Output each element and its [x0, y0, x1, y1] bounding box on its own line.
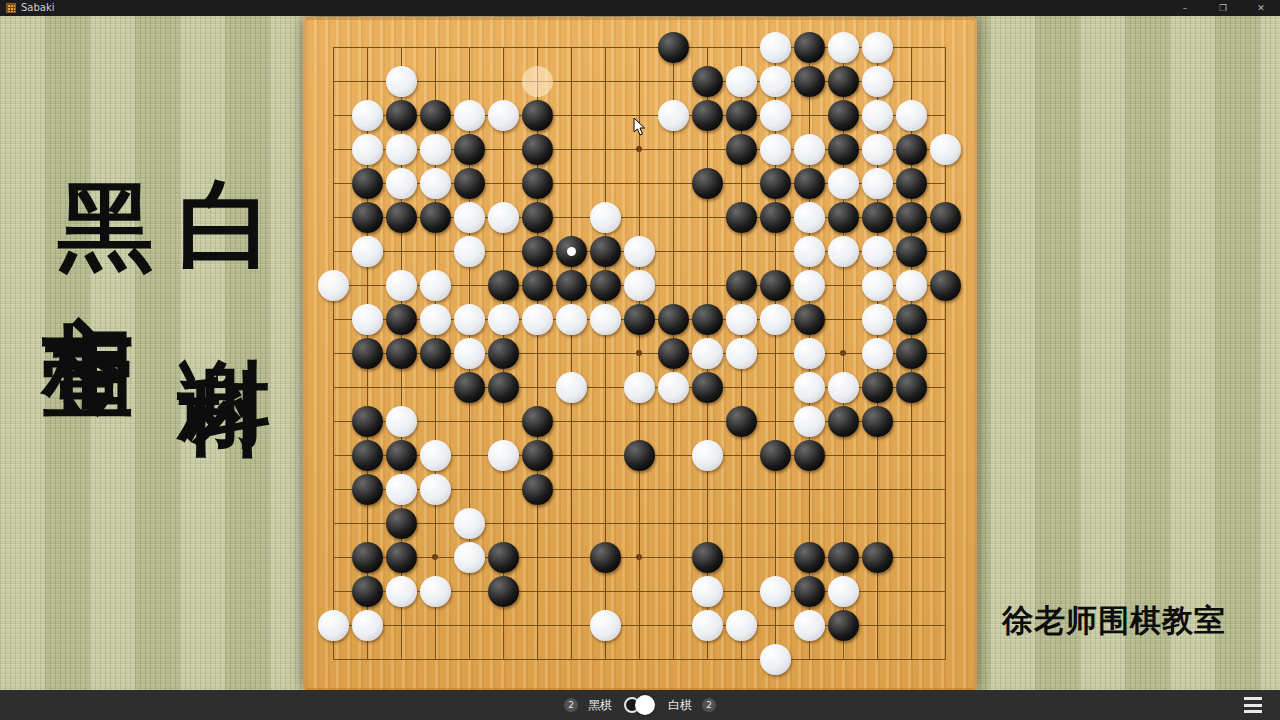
minimize-button[interactable]: – [1166, 0, 1204, 16]
board-intersection[interactable] [725, 235, 759, 269]
board-intersection[interactable] [861, 65, 895, 99]
board-intersection[interactable] [657, 507, 691, 541]
board-intersection[interactable] [657, 235, 691, 269]
board-intersection[interactable] [929, 99, 963, 133]
board-intersection[interactable] [317, 269, 351, 303]
board-intersection[interactable] [453, 405, 487, 439]
board-intersection[interactable] [453, 235, 487, 269]
board-intersection[interactable] [657, 201, 691, 235]
board-intersection[interactable] [793, 303, 827, 337]
board-intersection[interactable] [453, 337, 487, 371]
board-intersection[interactable] [317, 235, 351, 269]
board-intersection[interactable] [555, 269, 589, 303]
board-intersection[interactable] [725, 473, 759, 507]
board-intersection[interactable] [385, 235, 419, 269]
board-intersection[interactable] [929, 609, 963, 643]
board-intersection[interactable] [555, 405, 589, 439]
board-intersection[interactable] [759, 439, 793, 473]
board-intersection[interactable] [419, 575, 453, 609]
board-intersection[interactable] [759, 133, 793, 167]
board-intersection[interactable] [351, 167, 385, 201]
board-intersection[interactable] [555, 575, 589, 609]
board-intersection[interactable] [623, 269, 657, 303]
board-intersection[interactable] [317, 473, 351, 507]
board-intersection[interactable] [589, 473, 623, 507]
board-intersection[interactable] [861, 643, 895, 677]
board-intersection[interactable] [827, 371, 861, 405]
board-intersection[interactable] [929, 133, 963, 167]
board-intersection[interactable] [385, 541, 419, 575]
board-intersection[interactable] [385, 269, 419, 303]
board-intersection[interactable] [589, 65, 623, 99]
board-intersection[interactable] [929, 643, 963, 677]
board-intersection[interactable] [725, 337, 759, 371]
board-intersection[interactable] [453, 65, 487, 99]
board-intersection[interactable] [691, 167, 725, 201]
board-intersection[interactable] [827, 303, 861, 337]
board-intersection[interactable] [385, 439, 419, 473]
board-intersection[interactable] [623, 371, 657, 405]
board-intersection[interactable] [759, 65, 793, 99]
board-intersection[interactable] [589, 201, 623, 235]
board-intersection[interactable] [725, 439, 759, 473]
board-intersection[interactable] [895, 337, 929, 371]
board-intersection[interactable] [861, 133, 895, 167]
board-intersection[interactable] [657, 405, 691, 439]
board-intersection[interactable] [759, 337, 793, 371]
board-intersection[interactable] [317, 507, 351, 541]
board-intersection[interactable] [419, 133, 453, 167]
board-intersection[interactable] [351, 405, 385, 439]
board-intersection[interactable] [453, 439, 487, 473]
board-intersection[interactable] [657, 473, 691, 507]
board-intersection[interactable] [453, 541, 487, 575]
board-intersection[interactable] [555, 609, 589, 643]
board-intersection[interactable] [419, 439, 453, 473]
board-intersection[interactable] [521, 269, 555, 303]
board-intersection[interactable] [555, 65, 589, 99]
board-intersection[interactable] [487, 541, 521, 575]
board-intersection[interactable] [691, 201, 725, 235]
board-intersection[interactable] [793, 99, 827, 133]
board-intersection[interactable] [453, 269, 487, 303]
board-intersection[interactable] [759, 167, 793, 201]
board-intersection[interactable] [555, 507, 589, 541]
board-intersection[interactable] [351, 609, 385, 643]
board-intersection[interactable] [453, 575, 487, 609]
board-intersection[interactable] [657, 337, 691, 371]
board-intersection[interactable] [929, 31, 963, 65]
board-intersection[interactable] [589, 167, 623, 201]
board-intersection[interactable] [657, 541, 691, 575]
white-player-label[interactable]: 白棋 [668, 697, 692, 714]
board-intersection[interactable] [555, 371, 589, 405]
board-intersection[interactable] [317, 201, 351, 235]
board-intersection[interactable] [827, 269, 861, 303]
board-intersection[interactable] [351, 201, 385, 235]
board-intersection[interactable] [691, 235, 725, 269]
board-intersection[interactable] [351, 439, 385, 473]
board-intersection[interactable] [623, 575, 657, 609]
board-intersection[interactable] [487, 133, 521, 167]
board-intersection[interactable] [793, 643, 827, 677]
board-intersection[interactable] [827, 167, 861, 201]
board-intersection[interactable] [793, 575, 827, 609]
board-intersection[interactable] [351, 303, 385, 337]
board-intersection[interactable] [589, 31, 623, 65]
board-intersection[interactable] [623, 473, 657, 507]
board-intersection[interactable] [861, 201, 895, 235]
board-intersection[interactable] [623, 167, 657, 201]
board-intersection[interactable] [385, 99, 419, 133]
board-intersection[interactable] [623, 65, 657, 99]
board-intersection[interactable] [895, 609, 929, 643]
board-intersection[interactable] [351, 643, 385, 677]
board-intersection[interactable] [521, 575, 555, 609]
board-intersection[interactable] [623, 507, 657, 541]
board-intersection[interactable] [419, 371, 453, 405]
board-intersection[interactable] [895, 99, 929, 133]
board-intersection[interactable] [691, 99, 725, 133]
board-intersection[interactable] [759, 201, 793, 235]
board-intersection[interactable] [691, 405, 725, 439]
board-intersection[interactable] [487, 167, 521, 201]
board-intersection[interactable] [317, 643, 351, 677]
board-intersection[interactable] [827, 201, 861, 235]
board-intersection[interactable] [487, 235, 521, 269]
board-intersection[interactable] [521, 405, 555, 439]
board-intersection[interactable] [793, 269, 827, 303]
board-intersection[interactable] [623, 201, 657, 235]
board-intersection[interactable] [453, 507, 487, 541]
board-intersection[interactable] [759, 575, 793, 609]
board-intersection[interactable] [487, 405, 521, 439]
board-intersection[interactable] [453, 473, 487, 507]
board-intersection[interactable] [317, 371, 351, 405]
board-intersection[interactable] [317, 31, 351, 65]
board-intersection[interactable] [521, 541, 555, 575]
board-intersection[interactable] [317, 405, 351, 439]
board-intersection[interactable] [351, 31, 385, 65]
board-intersection[interactable] [861, 439, 895, 473]
board-intersection[interactable] [385, 303, 419, 337]
board-intersection[interactable] [351, 371, 385, 405]
board-intersection[interactable] [895, 235, 929, 269]
board-intersection[interactable] [419, 337, 453, 371]
board-intersection[interactable] [929, 507, 963, 541]
board-intersection[interactable] [861, 303, 895, 337]
board-intersection[interactable] [657, 167, 691, 201]
board-intersection[interactable] [793, 201, 827, 235]
black-player-label[interactable]: 黑棋 [588, 697, 612, 714]
board-intersection[interactable] [385, 133, 419, 167]
board-intersection[interactable] [759, 99, 793, 133]
board-intersection[interactable] [793, 167, 827, 201]
board-intersection[interactable] [555, 337, 589, 371]
board-intersection[interactable] [725, 507, 759, 541]
board-intersection[interactable] [317, 575, 351, 609]
board-intersection[interactable] [793, 371, 827, 405]
board-intersection[interactable] [793, 31, 827, 65]
board-intersection[interactable] [555, 133, 589, 167]
board-intersection[interactable] [453, 371, 487, 405]
board-intersection[interactable] [827, 133, 861, 167]
board-intersection[interactable] [759, 31, 793, 65]
board-intersection[interactable] [827, 31, 861, 65]
board-intersection[interactable] [759, 609, 793, 643]
board-intersection[interactable] [725, 99, 759, 133]
board-intersection[interactable] [351, 473, 385, 507]
board-intersection[interactable] [317, 337, 351, 371]
board-intersection[interactable] [521, 609, 555, 643]
board-intersection[interactable] [691, 31, 725, 65]
board-intersection[interactable] [725, 303, 759, 337]
board-intersection[interactable] [929, 337, 963, 371]
board-intersection[interactable] [759, 541, 793, 575]
board-intersection[interactable] [623, 439, 657, 473]
board-intersection[interactable] [623, 405, 657, 439]
board-intersection[interactable] [759, 371, 793, 405]
board-intersection[interactable] [555, 473, 589, 507]
board-intersection[interactable] [623, 541, 657, 575]
board-intersection[interactable] [895, 371, 929, 405]
board-intersection[interactable] [725, 575, 759, 609]
board-intersection[interactable] [521, 439, 555, 473]
board-intersection[interactable] [589, 439, 623, 473]
board-intersection[interactable] [929, 201, 963, 235]
board-intersection[interactable] [895, 65, 929, 99]
board-intersection[interactable] [725, 65, 759, 99]
board-intersection[interactable] [827, 643, 861, 677]
board-intersection[interactable] [861, 473, 895, 507]
board-intersection[interactable] [453, 643, 487, 677]
board-intersection[interactable] [759, 235, 793, 269]
board-intersection[interactable] [317, 439, 351, 473]
board-intersection[interactable] [385, 609, 419, 643]
board-intersection[interactable] [691, 609, 725, 643]
board-intersection[interactable] [929, 303, 963, 337]
board-intersection[interactable] [895, 643, 929, 677]
board-intersection[interactable] [623, 235, 657, 269]
board-intersection[interactable] [861, 235, 895, 269]
board-intersection[interactable] [419, 65, 453, 99]
board-intersection[interactable] [487, 269, 521, 303]
hamburger-menu-icon[interactable] [1244, 697, 1262, 713]
board-intersection[interactable] [351, 507, 385, 541]
board-intersection[interactable] [793, 235, 827, 269]
board-intersection[interactable] [623, 609, 657, 643]
board-intersection[interactable] [827, 609, 861, 643]
board-intersection[interactable] [861, 337, 895, 371]
board-intersection[interactable] [521, 99, 555, 133]
board-intersection[interactable] [589, 541, 623, 575]
board-intersection[interactable] [385, 507, 419, 541]
board-intersection[interactable] [589, 303, 623, 337]
board-intersection[interactable] [487, 575, 521, 609]
board-intersection[interactable] [317, 609, 351, 643]
board-intersection[interactable] [487, 337, 521, 371]
board-intersection[interactable] [521, 643, 555, 677]
board-intersection[interactable] [691, 269, 725, 303]
board-intersection[interactable] [759, 643, 793, 677]
board-intersection[interactable] [895, 405, 929, 439]
board-intersection[interactable] [827, 473, 861, 507]
board-intersection[interactable] [725, 31, 759, 65]
board-intersection[interactable] [385, 201, 419, 235]
board-intersection[interactable] [317, 133, 351, 167]
board-intersection[interactable] [929, 439, 963, 473]
board-intersection[interactable] [725, 609, 759, 643]
board-intersection[interactable] [317, 65, 351, 99]
board-intersection[interactable] [895, 541, 929, 575]
board-intersection[interactable] [861, 609, 895, 643]
board-intersection[interactable] [691, 65, 725, 99]
board-intersection[interactable] [861, 167, 895, 201]
board-intersection[interactable] [487, 473, 521, 507]
board-intersection[interactable] [419, 303, 453, 337]
board-intersection[interactable] [589, 643, 623, 677]
board-intersection[interactable] [487, 643, 521, 677]
board-intersection[interactable] [929, 371, 963, 405]
board-intersection[interactable] [555, 643, 589, 677]
board-intersection[interactable] [691, 507, 725, 541]
board-intersection[interactable] [487, 439, 521, 473]
board-intersection[interactable] [521, 473, 555, 507]
board-intersection[interactable] [895, 167, 929, 201]
board-intersection[interactable] [317, 303, 351, 337]
board-intersection[interactable] [385, 405, 419, 439]
board-intersection[interactable] [453, 609, 487, 643]
board-intersection[interactable] [555, 31, 589, 65]
board-intersection[interactable] [419, 201, 453, 235]
board-intersection[interactable] [453, 133, 487, 167]
board-intersection[interactable] [317, 541, 351, 575]
board-intersection[interactable] [317, 167, 351, 201]
board-intersection[interactable] [555, 541, 589, 575]
board-intersection[interactable] [793, 609, 827, 643]
board-intersection[interactable] [453, 303, 487, 337]
board-intersection[interactable] [691, 303, 725, 337]
board-intersection[interactable] [351, 235, 385, 269]
board-intersection[interactable] [691, 541, 725, 575]
board-intersection[interactable] [623, 31, 657, 65]
board-intersection[interactable] [827, 235, 861, 269]
board-intersection[interactable] [589, 99, 623, 133]
board-intersection[interactable] [453, 201, 487, 235]
board-intersection[interactable] [861, 405, 895, 439]
board-intersection[interactable] [487, 201, 521, 235]
board-intersection[interactable] [555, 235, 589, 269]
board-intersection[interactable] [351, 269, 385, 303]
board-intersection[interactable] [691, 643, 725, 677]
board-intersection[interactable] [725, 133, 759, 167]
board-intersection[interactable] [895, 473, 929, 507]
board-intersection[interactable] [351, 541, 385, 575]
board-intersection[interactable] [929, 541, 963, 575]
board-intersection[interactable] [895, 575, 929, 609]
turn-toggle[interactable] [622, 695, 658, 715]
board-intersection[interactable] [929, 575, 963, 609]
board-intersection[interactable] [793, 473, 827, 507]
board-intersection[interactable] [929, 235, 963, 269]
board-intersection[interactable] [895, 303, 929, 337]
board-intersection[interactable] [351, 99, 385, 133]
board-intersection[interactable] [793, 337, 827, 371]
board-intersection[interactable] [895, 133, 929, 167]
board-intersection[interactable] [691, 575, 725, 609]
board-intersection[interactable] [385, 167, 419, 201]
board-intersection[interactable] [419, 269, 453, 303]
board-intersection[interactable] [725, 541, 759, 575]
board-intersection[interactable] [589, 507, 623, 541]
board-intersection[interactable] [555, 167, 589, 201]
board-intersection[interactable] [351, 65, 385, 99]
board-intersection[interactable] [385, 575, 419, 609]
board-intersection[interactable] [827, 405, 861, 439]
board-intersection[interactable] [725, 643, 759, 677]
board-intersection[interactable] [623, 643, 657, 677]
board-intersection[interactable] [759, 507, 793, 541]
board-intersection[interactable] [861, 99, 895, 133]
board-intersection[interactable] [895, 269, 929, 303]
board-intersection[interactable] [929, 269, 963, 303]
board-intersection[interactable] [827, 65, 861, 99]
board-intersection[interactable] [453, 99, 487, 133]
board-intersection[interactable] [351, 133, 385, 167]
board-intersection[interactable] [895, 507, 929, 541]
board-intersection[interactable] [657, 99, 691, 133]
board-intersection[interactable] [759, 303, 793, 337]
board-intersection[interactable] [521, 65, 555, 99]
board-intersection[interactable] [929, 65, 963, 99]
board-intersection[interactable] [793, 541, 827, 575]
board-intersection[interactable] [895, 31, 929, 65]
board-intersection[interactable] [521, 303, 555, 337]
board-intersection[interactable] [827, 99, 861, 133]
board-intersection[interactable] [827, 337, 861, 371]
board-intersection[interactable] [487, 99, 521, 133]
board-intersection[interactable] [419, 507, 453, 541]
board-intersection[interactable] [521, 167, 555, 201]
board-intersection[interactable] [623, 337, 657, 371]
board-intersection[interactable] [419, 99, 453, 133]
board-intersection[interactable] [759, 269, 793, 303]
board-intersection[interactable] [657, 31, 691, 65]
board-intersection[interactable] [351, 575, 385, 609]
board-intersection[interactable] [827, 575, 861, 609]
board-intersection[interactable] [589, 371, 623, 405]
board-intersection[interactable] [419, 541, 453, 575]
board-intersection[interactable] [589, 575, 623, 609]
board-intersection[interactable] [385, 473, 419, 507]
board-intersection[interactable] [657, 439, 691, 473]
board-intersection[interactable] [385, 31, 419, 65]
board-intersection[interactable] [657, 609, 691, 643]
board-intersection[interactable] [521, 133, 555, 167]
board-intersection[interactable] [555, 201, 589, 235]
board-intersection[interactable] [589, 609, 623, 643]
board-intersection[interactable] [725, 405, 759, 439]
board-intersection[interactable] [725, 371, 759, 405]
board-intersection[interactable] [555, 99, 589, 133]
board-intersection[interactable] [521, 337, 555, 371]
board-intersection[interactable] [351, 337, 385, 371]
board-intersection[interactable] [793, 439, 827, 473]
board-intersection[interactable] [861, 269, 895, 303]
board-intersection[interactable] [419, 643, 453, 677]
board-intersection[interactable] [657, 643, 691, 677]
board-intersection[interactable] [691, 133, 725, 167]
